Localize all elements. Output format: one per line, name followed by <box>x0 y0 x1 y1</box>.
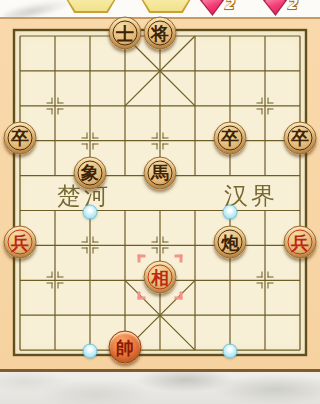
piece-black-general[interactable]: 将 <box>144 17 177 50</box>
point-marker <box>152 237 169 254</box>
piece-label: 相 <box>151 268 169 286</box>
piece-black-advisor[interactable]: 士 <box>109 17 142 50</box>
move-indicator-dot[interactable] <box>83 344 98 359</box>
move-indicator-dot[interactable] <box>223 344 238 359</box>
piece-black-soldier[interactable]: 卒 <box>4 121 37 154</box>
xiangqi-game-screen: 22 楚河 汉界 士将卒卒卒象馬炮兵兵相帥 <box>0 0 320 404</box>
piece-label: 炮 <box>221 233 239 251</box>
piece-black-soldier[interactable]: 卒 <box>284 121 317 154</box>
piece-label: 馬 <box>151 164 169 182</box>
piece-label: 象 <box>81 164 99 182</box>
piece-black-cannon[interactable]: 炮 <box>214 226 247 259</box>
piece-black-horse[interactable]: 馬 <box>144 156 177 189</box>
piece-red-elephant[interactable]: 相 <box>144 261 177 294</box>
piece-black-soldier[interactable]: 卒 <box>214 121 247 154</box>
point-marker <box>152 132 169 149</box>
piece-label: 兵 <box>291 233 309 251</box>
piece-red-soldier[interactable]: 兵 <box>4 226 37 259</box>
point-marker <box>257 272 274 289</box>
point-marker <box>82 132 99 149</box>
point-marker <box>47 272 64 289</box>
piece-black-elephant[interactable]: 象 <box>74 156 107 189</box>
piece-label: 帥 <box>116 338 134 356</box>
piece-label: 卒 <box>221 129 239 147</box>
point-marker <box>82 237 99 254</box>
point-marker <box>257 97 274 114</box>
piece-label: 兵 <box>11 233 29 251</box>
move-indicator-dot[interactable] <box>83 204 98 219</box>
piece-label: 卒 <box>11 129 29 147</box>
piece-label: 将 <box>151 24 169 42</box>
piece-label: 卒 <box>291 129 309 147</box>
piece-red-general[interactable]: 帥 <box>109 331 142 364</box>
piece-red-soldier[interactable]: 兵 <box>284 226 317 259</box>
piece-label: 士 <box>116 24 134 42</box>
point-marker <box>47 97 64 114</box>
move-indicator-dot[interactable] <box>223 204 238 219</box>
